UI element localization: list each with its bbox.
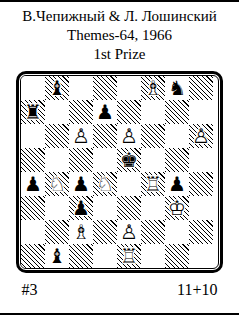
square-b4: ♞♘ [45,172,69,196]
material-count-label: 11+10 [177,281,217,299]
square-d6 [93,124,117,148]
white-rook-e1: ♖ [117,244,141,268]
square-b3 [45,196,69,220]
black-king-e5: ♚ [117,148,141,172]
square-c2: ♝♗ [69,220,93,244]
chess-board-border: ♝♝♝♗♞♞♜♜♟♟♟♙♟♙♟♙♚♚♟♟♞♘♟♟♞♘♜♖♟♟♟♟♚♔♝♗♟♙♝♝… [16,71,223,273]
square-e6: ♟♙ [117,124,141,148]
black-knight-g8: ♞ [165,76,189,100]
white-king-g3: ♔ [165,196,189,220]
square-a5 [21,148,45,172]
square-g2 [165,220,189,244]
square-c3: ♟♟ [69,196,93,220]
square-c7 [69,100,93,124]
square-b1: ♝♝ [45,244,69,268]
square-d4: ♞♘ [93,172,117,196]
square-h1 [189,244,213,268]
square-d7: ♟♟ [93,100,117,124]
source-line: Themes-64, 1966 [0,26,239,45]
square-a4: ♟♟ [21,172,45,196]
square-h7 [189,100,213,124]
white-pawn-h6: ♙ [189,124,213,148]
square-f8: ♝♗ [141,76,165,100]
square-d1 [93,244,117,268]
white-bishop-c2: ♗ [69,220,93,244]
square-d5 [93,148,117,172]
white-rook-f4: ♖ [141,172,165,196]
square-b7 [45,100,69,124]
square-f5 [141,148,165,172]
square-e4 [117,172,141,196]
square-c5 [69,148,93,172]
square-g3: ♚♔ [165,196,189,220]
square-e7 [117,100,141,124]
square-b6 [45,124,69,148]
square-a3 [21,196,45,220]
caption-row: #3 11+10 [22,281,218,299]
black-pawn-c3: ♟ [69,196,93,220]
problem-diagram-page: В.Чепижный & Л. Лошинский Themes-64, 196… [0,0,239,317]
square-b5 [45,148,69,172]
square-d3 [93,196,117,220]
black-pawn-c4: ♟ [69,172,93,196]
white-pawn-c6: ♙ [69,124,93,148]
square-e5: ♚♚ [117,148,141,172]
square-f2 [141,220,165,244]
square-f1 [141,244,165,268]
square-a7: ♜♜ [21,100,45,124]
square-a1 [21,244,45,268]
square-e2: ♟♙ [117,220,141,244]
white-pawn-e6: ♙ [117,124,141,148]
square-a8 [21,76,45,100]
black-rook-a7: ♜ [21,100,45,124]
chess-board: ♝♝♝♗♞♞♜♜♟♟♟♙♟♙♟♙♚♚♟♟♞♘♟♟♞♘♜♖♟♟♟♟♚♔♝♗♟♙♝♝… [21,76,213,268]
square-c4: ♟♟ [69,172,93,196]
white-bishop-f8: ♗ [141,76,165,100]
black-pawn-g4: ♟ [165,172,189,196]
square-h6: ♟♙ [189,124,213,148]
square-c1 [69,244,93,268]
black-pawn-d7: ♟ [93,100,117,124]
prize-line: 1st Prize [0,45,239,64]
top-rule [0,0,239,2]
square-d2 [93,220,117,244]
authors-line: В.Чепижный & Л. Лошинский [0,7,239,26]
square-f7 [141,100,165,124]
square-a2 [21,220,45,244]
header: В.Чепижный & Л. Лошинский Themes-64, 196… [0,0,239,64]
square-g8: ♞♞ [165,76,189,100]
square-b8: ♝♝ [45,76,69,100]
square-e8 [117,76,141,100]
square-g6 [165,124,189,148]
square-h3 [189,196,213,220]
square-b2 [45,220,69,244]
square-e1: ♜♖ [117,244,141,268]
square-d8 [93,76,117,100]
chess-board-inner-border: ♝♝♝♗♞♞♜♜♟♟♟♙♟♙♟♙♚♚♟♟♞♘♟♟♞♘♜♖♟♟♟♟♚♔♝♗♟♙♝♝… [20,75,219,269]
square-f3 [141,196,165,220]
square-g4: ♟♟ [165,172,189,196]
square-f4: ♜♖ [141,172,165,196]
square-c8 [69,76,93,100]
black-bishop-b1: ♝ [45,244,69,268]
square-h4 [189,172,213,196]
square-h8 [189,76,213,100]
square-a6 [21,124,45,148]
square-c6: ♟♙ [69,124,93,148]
square-h5 [189,148,213,172]
square-e3 [117,196,141,220]
black-bishop-b8: ♝ [45,76,69,100]
square-h2 [189,220,213,244]
white-knight-b4: ♘ [45,172,69,196]
stipulation-label: #3 [22,281,38,299]
white-knight-d4: ♘ [93,172,117,196]
square-g5 [165,148,189,172]
square-g1 [165,244,189,268]
white-pawn-e2: ♙ [117,220,141,244]
square-g7 [165,100,189,124]
bottom-rule [0,313,239,315]
square-f6 [141,124,165,148]
black-pawn-a4: ♟ [21,172,45,196]
